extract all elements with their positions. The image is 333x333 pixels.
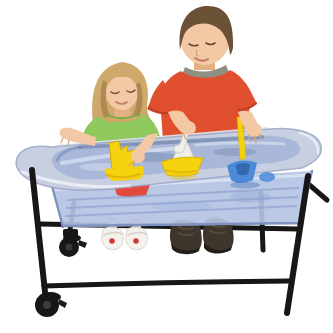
yellow-reflection (169, 174, 195, 180)
front-caster-hub (43, 301, 51, 309)
stand-front-left-leg (32, 170, 45, 292)
blue-reflection (230, 182, 260, 189)
front-caster (35, 292, 67, 317)
scene-illustration (0, 0, 333, 333)
rear-caster-hub (66, 244, 73, 251)
product-photo (0, 0, 333, 333)
sandal-accent-right (133, 238, 139, 244)
rear-caster-brake (78, 240, 87, 248)
front-caster-brake (58, 299, 67, 308)
sandal-accent-left (109, 238, 115, 244)
stand-lower-rail (44, 281, 289, 286)
girl-face (106, 76, 138, 110)
blue-boat-detail (236, 163, 250, 175)
water-ripple-dark-2 (213, 148, 257, 156)
toy-float-blue (259, 172, 275, 182)
tub-shadow-right (230, 191, 270, 203)
toy-sailboat-hull (161, 157, 203, 176)
rear-caster (59, 229, 87, 257)
